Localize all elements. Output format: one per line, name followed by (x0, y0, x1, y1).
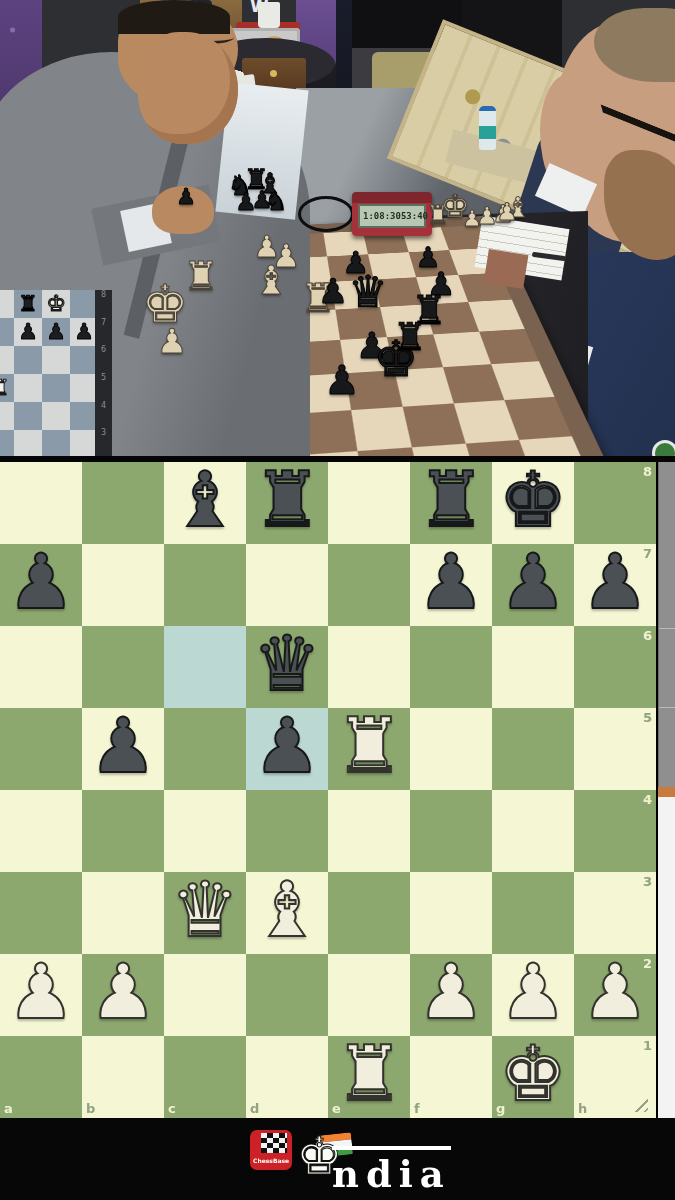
square-e7[interactable] (328, 544, 410, 626)
mini-square (70, 346, 98, 374)
square-d1[interactable]: d (246, 1036, 328, 1118)
square-f1[interactable]: f (410, 1036, 492, 1118)
mini-square (0, 318, 14, 346)
square-d2[interactable] (246, 954, 328, 1036)
mini-piece-black-p: ♟ (46, 321, 66, 343)
chessbase-checker-icon (261, 1133, 287, 1153)
wooden-square (519, 436, 591, 456)
square-g2[interactable]: ♟ (492, 954, 574, 1036)
piece-white-r-e5[interactable]: ♜ (335, 708, 403, 784)
square-c8[interactable]: ♝ (164, 462, 246, 544)
square-b8[interactable] (82, 462, 164, 544)
piece-white-p-a2[interactable]: ♟ (7, 954, 75, 1030)
square-g8[interactable]: ♚ (492, 462, 574, 544)
drawer-knob (270, 70, 277, 77)
piece-black-p-g7[interactable]: ♟ (499, 544, 567, 620)
clock-display: 1:08:30 53:40 (358, 204, 426, 228)
chessbase-label: ChessBase (253, 1157, 289, 1164)
square-b3[interactable] (82, 872, 164, 954)
mini-rank-label: 5 (95, 373, 112, 401)
rank-label-6: 6 (643, 628, 652, 643)
mini-square (42, 346, 70, 374)
rank-label-8: 8 (643, 464, 652, 479)
mini-square (0, 290, 14, 318)
square-f4[interactable] (410, 790, 492, 872)
mini-rank-label: 7 (95, 318, 112, 346)
photo-piece-white-p: ♟ (157, 324, 187, 358)
square-e2[interactable] (328, 954, 410, 1036)
square-h7[interactable]: 7♟ (574, 544, 656, 626)
mini-square (14, 374, 42, 402)
scrollbar-track[interactable] (658, 462, 675, 1118)
rank-label-3: 3 (643, 874, 652, 889)
mini-square: ♜ (0, 374, 14, 402)
square-e3[interactable] (328, 872, 410, 954)
square-a4[interactable] (0, 790, 82, 872)
mini-square (42, 374, 70, 402)
mini-piece-white-r: ♜ (0, 377, 10, 399)
square-g7[interactable]: ♟ (492, 544, 574, 626)
square-b5[interactable]: ♟ (82, 708, 164, 790)
square-d7[interactable] (246, 544, 328, 626)
square-b1[interactable]: b (82, 1036, 164, 1118)
piece-white-b-d3[interactable]: ♝ (253, 872, 321, 948)
left-player-hand (138, 32, 238, 144)
rank-label-1: 1 (643, 1038, 652, 1053)
mini-square (70, 402, 98, 430)
piece-white-r-e1[interactable]: ♜ (335, 1036, 403, 1112)
mini-square (14, 402, 42, 430)
square-d8[interactable]: ♜ (246, 462, 328, 544)
square-b6[interactable] (82, 626, 164, 708)
square-h3[interactable]: 3 (574, 872, 656, 954)
square-b4[interactable] (82, 790, 164, 872)
mini-square (0, 346, 14, 374)
square-f6[interactable] (410, 626, 492, 708)
photo-piece-black-p: ♟ (176, 186, 196, 208)
square-d5[interactable]: ♟ (246, 708, 328, 790)
square-f3[interactable] (410, 872, 492, 954)
mini-piece-white-k: ♚ (46, 293, 66, 315)
photo-piece-black-p: ♟ (318, 274, 348, 308)
file-label-f: f (414, 1101, 420, 1116)
rank-label-4: 4 (643, 792, 652, 807)
mini-square: ♟ (14, 318, 42, 346)
square-c7[interactable] (164, 544, 246, 626)
square-c5[interactable] (164, 708, 246, 790)
piece-black-r-d8[interactable]: ♜ (253, 462, 321, 538)
photo-piece-black-p: ♟ (324, 360, 360, 400)
square-f5[interactable] (410, 708, 492, 790)
mini-piece-black-p: ♟ (74, 321, 94, 343)
mini-square (14, 346, 42, 374)
mini-square (0, 430, 14, 456)
square-h8[interactable]: 8 (574, 462, 656, 544)
players-photo: W 2023 (0, 0, 675, 456)
photo-piece-black-n: ♞ (264, 188, 287, 214)
photo-piece-white-b: ♝ (253, 260, 289, 300)
square-a5[interactable] (0, 708, 82, 790)
india-wordmark: ndia (332, 1146, 451, 1196)
piece-black-p-d5[interactable]: ♟ (253, 708, 321, 784)
square-g3[interactable] (492, 872, 574, 954)
file-label-c: c (168, 1101, 176, 1116)
square-d6[interactable]: ♛ (246, 626, 328, 708)
mini-square: ♚ (42, 290, 70, 318)
square-h6[interactable]: 6 (574, 626, 656, 708)
mini-piece-black-r: ♜ (18, 293, 38, 315)
mini-rank-label: 4 (95, 401, 112, 429)
water-bottle (479, 106, 496, 150)
piece-black-p-f7[interactable]: ♟ (417, 544, 485, 620)
square-a8[interactable] (0, 462, 82, 544)
square-f8[interactable]: ♜ (410, 462, 492, 544)
square-e4[interactable] (328, 790, 410, 872)
photo-piece-white-r: ♜ (183, 256, 219, 296)
piece-black-b-c8[interactable]: ♝ (171, 462, 239, 538)
mini-square (70, 430, 98, 456)
mini-square (14, 430, 42, 456)
mini-rank-label: 6 (95, 345, 112, 373)
mini-square (42, 402, 70, 430)
square-e5[interactable]: ♜ (328, 708, 410, 790)
square-f2[interactable]: ♟ (410, 954, 492, 1036)
event-badge (652, 440, 675, 456)
piece-black-p-h7[interactable]: ♟ (581, 544, 649, 620)
broadcast-frame: W 2023 (0, 0, 675, 1200)
mini-square (70, 374, 98, 402)
square-g6[interactable] (492, 626, 574, 708)
file-label-b: b (86, 1101, 95, 1116)
square-g4[interactable] (492, 790, 574, 872)
photo-piece-white-p: ♟ (496, 200, 518, 224)
square-c2[interactable] (164, 954, 246, 1036)
piece-black-k-g8[interactable]: ♚ (499, 462, 567, 538)
file-label-d: d (250, 1101, 259, 1116)
wooden-square (351, 407, 412, 451)
piece-white-p-b2[interactable]: ♟ (89, 954, 157, 1030)
mini-square (0, 402, 14, 430)
photo-piece-black-q: ♛ (348, 270, 387, 314)
chess-board: ♝♜♜♚8♟♟♟7♟♛6♟♟♜54♛♝3♟♟♟♟2♟abcde♜fg♚1h (0, 462, 656, 1118)
square-h4[interactable]: 4 (574, 790, 656, 872)
piece-black-p-b5[interactable]: ♟ (89, 708, 157, 784)
piece-white-p-g2[interactable]: ♟ (499, 954, 567, 1030)
mini-square: ♜ (14, 290, 42, 318)
scrollbar-thumb[interactable] (658, 462, 675, 787)
file-label-a: a (4, 1101, 13, 1116)
rank-label-5: 5 (643, 710, 652, 725)
square-h2[interactable]: 2♟ (574, 954, 656, 1036)
wooden-square (468, 300, 525, 332)
square-e8[interactable] (328, 462, 410, 544)
square-g1[interactable]: g♚ (492, 1036, 574, 1118)
piece-black-p-a7[interactable]: ♟ (7, 544, 75, 620)
mini-rank-label: 3 (95, 428, 112, 456)
square-e1[interactable]: e♜ (328, 1036, 410, 1118)
square-c3[interactable]: ♛ (164, 872, 246, 954)
square-f7[interactable]: ♟ (410, 544, 492, 626)
mini-square: ♟ (70, 318, 98, 346)
square-d3[interactable]: ♝ (246, 872, 328, 954)
square-e6[interactable] (328, 626, 410, 708)
notepad (484, 249, 529, 289)
square-a3[interactable] (0, 872, 82, 954)
square-c4[interactable] (164, 790, 246, 872)
square-a6[interactable] (0, 626, 82, 708)
scrollbar-accent (658, 787, 675, 797)
mini-evaluation-board: ♜♚♟♟♟♜ 876543 (0, 290, 112, 456)
piece-white-p-h2[interactable]: ♟ (581, 954, 649, 1030)
photo-piece-black-r: ♜ (393, 318, 427, 356)
square-h5[interactable]: 5 (574, 708, 656, 790)
mini-piece-black-p: ♟ (18, 321, 38, 343)
square-g5[interactable] (492, 708, 574, 790)
piece-white-q-c3[interactable]: ♛ (171, 872, 239, 948)
square-d4[interactable] (246, 790, 328, 872)
piece-black-q-d6[interactable]: ♛ (253, 626, 321, 702)
square-b7[interactable] (82, 544, 164, 626)
square-b2[interactable]: ♟ (82, 954, 164, 1036)
mini-rank-label: 8 (95, 290, 112, 318)
square-a7[interactable]: ♟ (0, 544, 82, 626)
clock-right-time: 53:40 (401, 211, 428, 221)
piece-white-k-g1[interactable]: ♚ (499, 1036, 567, 1112)
mini-square (42, 430, 70, 456)
piece-black-r-f8[interactable]: ♜ (417, 462, 485, 538)
square-c1[interactable]: c (164, 1036, 246, 1118)
clock-left-time: 1:08:30 (363, 211, 401, 221)
square-a1[interactable]: a (0, 1036, 82, 1118)
square-a2[interactable]: ♟ (0, 954, 82, 1036)
mini-square: ♟ (42, 318, 70, 346)
footer-bar: ChessBase ♚ ndia (0, 1118, 675, 1200)
piece-white-p-f2[interactable]: ♟ (417, 954, 485, 1030)
clock-cable (298, 196, 354, 232)
paper-cup (258, 2, 280, 28)
mini-square (70, 290, 98, 318)
chessbase-logo: ChessBase (250, 1130, 292, 1170)
square-c6[interactable] (164, 626, 246, 708)
mini-board-rank-labels: 876543 (95, 290, 112, 456)
file-label-h: h (578, 1101, 587, 1116)
